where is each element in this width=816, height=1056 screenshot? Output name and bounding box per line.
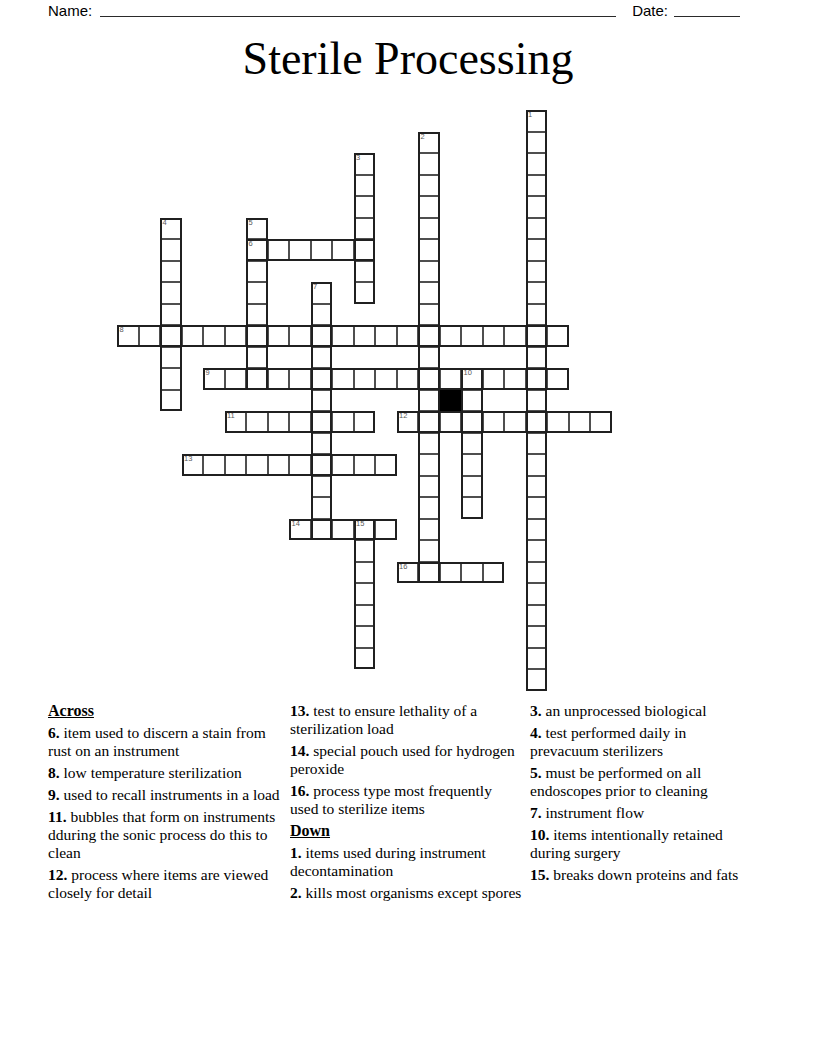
- grid-cell-r22c19[interactable]: [526, 583, 548, 605]
- grid-cell-r10c4[interactable]: [203, 325, 225, 347]
- grid-cell-r11c2[interactable]: [160, 347, 182, 369]
- grid-cell-r5c11[interactable]: [354, 218, 376, 240]
- grid-cell-r10c11[interactable]: [354, 325, 376, 347]
- grid-cell-r25c11[interactable]: [354, 648, 376, 670]
- grid-cell-r26c19[interactable]: [526, 669, 548, 691]
- grid-cell-r10c13[interactable]: [397, 325, 419, 347]
- clue-across-6: 6. item used to discern a stain from rus…: [48, 724, 284, 760]
- clue-number-4: 4: [163, 219, 167, 227]
- grid-cell-r5c6[interactable]: 5: [246, 218, 268, 240]
- worksheet-header: Name: Date:: [48, 2, 740, 19]
- grid-cell-r23c19[interactable]: [526, 605, 548, 627]
- grid-cell-r9c9[interactable]: [311, 304, 333, 326]
- name-label: Name:: [48, 2, 92, 19]
- grid-cell-r7c19[interactable]: [526, 261, 548, 283]
- grid-cell-r2c19[interactable]: [526, 153, 548, 175]
- grid-cell-r18c9[interactable]: [311, 497, 333, 519]
- grid-cell-r12c16[interactable]: 10: [461, 368, 483, 390]
- grid-cell-r12c10[interactable]: [332, 368, 354, 390]
- grid-cell-r14c9[interactable]: [311, 411, 333, 433]
- grid-cell-r12c9[interactable]: [311, 368, 333, 390]
- grid-cell-r5c19[interactable]: [526, 218, 548, 240]
- clue-number-12: 12: [399, 412, 407, 420]
- grid-cell-r14c22[interactable]: [590, 411, 612, 433]
- grid-cell-r10c8[interactable]: [289, 325, 311, 347]
- grid-cell-r10c14[interactable]: [418, 325, 440, 347]
- clue-number-8: 8: [120, 326, 124, 334]
- grid-cell-r16c10[interactable]: [332, 454, 354, 476]
- clue-column-2: 13. test to ensure lethality of a steril…: [290, 702, 524, 906]
- crossword-board: 12345678910111213141516: [117, 110, 612, 691]
- grid-cell-r12c15[interactable]: [440, 368, 462, 390]
- grid-cell-r6c14[interactable]: [418, 239, 440, 261]
- grid-cell-r12c4[interactable]: 9: [203, 368, 225, 390]
- grid-cell-r6c19[interactable]: [526, 239, 548, 261]
- grid-cell-r22c11[interactable]: [354, 583, 376, 605]
- grid-cell-r14c6[interactable]: [246, 411, 268, 433]
- grid-cell-r6c2[interactable]: [160, 239, 182, 261]
- grid-cell-r8c2[interactable]: [160, 282, 182, 304]
- grid-cell-r10c20[interactable]: [547, 325, 569, 347]
- clue-column-1: Across 6. item used to discern a stain f…: [48, 702, 284, 906]
- grid-cell-r19c19[interactable]: [526, 519, 548, 541]
- grid-cell-r13c9[interactable]: [311, 390, 333, 412]
- grid-cell-r12c17[interactable]: [483, 368, 505, 390]
- grid-cell-r20c19[interactable]: [526, 540, 548, 562]
- grid-cell-r4c19[interactable]: [526, 196, 548, 218]
- grid-cell-r12c5[interactable]: [225, 368, 247, 390]
- grid-cell-r6c6[interactable]: 6: [246, 239, 268, 261]
- grid-cell-r12c2[interactable]: [160, 368, 182, 390]
- grid-cell-r14c7[interactable]: [268, 411, 290, 433]
- grid-cell-r24c11[interactable]: [354, 626, 376, 648]
- clue-across-14: 14. special pouch used for hydrogen pero…: [290, 742, 524, 778]
- grid-cell-r16c6[interactable]: [246, 454, 268, 476]
- grid-cell-r24c19[interactable]: [526, 626, 548, 648]
- grid-cell-r14c13[interactable]: 12: [397, 411, 419, 433]
- grid-cell-r9c14[interactable]: [418, 304, 440, 326]
- grid-cell-r7c2[interactable]: [160, 261, 182, 283]
- grid-cell-r2c14[interactable]: [418, 153, 440, 175]
- clue-across-8: 8. low temperature sterilization: [48, 764, 284, 782]
- grid-cell-r15c16[interactable]: [461, 433, 483, 455]
- grid-cell-r10c3[interactable]: [182, 325, 204, 347]
- grid-cell-r15c9[interactable]: [311, 433, 333, 455]
- name-blank-line[interactable]: [100, 3, 616, 17]
- grid-cell-r16c11[interactable]: [354, 454, 376, 476]
- grid-cell-r21c15[interactable]: [440, 562, 462, 584]
- grid-cell-r10c1[interactable]: [139, 325, 161, 347]
- grid-cell-r8c6[interactable]: [246, 282, 268, 304]
- grid-cell-r6c9[interactable]: [311, 239, 333, 261]
- grid-cell-r14c15[interactable]: [440, 411, 462, 433]
- grid-cell-r10c10[interactable]: [332, 325, 354, 347]
- grid-cell-r10c12[interactable]: [375, 325, 397, 347]
- grid-cell-r17c16[interactable]: [461, 476, 483, 498]
- grid-cell-r16c16[interactable]: [461, 454, 483, 476]
- grid-cell-r10c18[interactable]: [504, 325, 526, 347]
- grid-cell-r16c5[interactable]: [225, 454, 247, 476]
- grid-cell-r16c3[interactable]: 13: [182, 454, 204, 476]
- grid-cell-r21c19[interactable]: [526, 562, 548, 584]
- grid-cell-r21c11[interactable]: [354, 562, 376, 584]
- grid-cell-r11c14[interactable]: [418, 347, 440, 369]
- grid-cell-r2c11[interactable]: 3: [354, 153, 376, 175]
- grid-cell-r10c15[interactable]: [440, 325, 462, 347]
- grid-cell-r25c19[interactable]: [526, 648, 548, 670]
- grid-cell-r12c8[interactable]: [289, 368, 311, 390]
- grid-cell-r16c14[interactable]: [418, 454, 440, 476]
- grid-cell-r8c11[interactable]: [354, 282, 376, 304]
- grid-cell-r13c19[interactable]: [526, 390, 548, 412]
- grid-cell-r12c12[interactable]: [375, 368, 397, 390]
- grid-cell-r17c19[interactable]: [526, 476, 548, 498]
- clue-number-11: 11: [227, 412, 235, 420]
- grid-cell-r1c19[interactable]: [526, 132, 548, 154]
- clue-number-10: 10: [464, 369, 472, 377]
- grid-cell-r20c14[interactable]: [418, 540, 440, 562]
- grid-cell-r10c6[interactable]: [246, 325, 268, 347]
- grid-cell-r12c20[interactable]: [547, 368, 569, 390]
- grid-cell-r11c19[interactable]: [526, 347, 548, 369]
- grid-cell-r14c14[interactable]: [418, 411, 440, 433]
- grid-cell-r18c14[interactable]: [418, 497, 440, 519]
- grid-cell-r14c11[interactable]: [354, 411, 376, 433]
- clue-down-5: 5. must be performed on all endoscopes p…: [530, 764, 758, 800]
- clue-down-1: 1. items used during instrument decontam…: [290, 844, 524, 880]
- grid-cell-r14c5[interactable]: 11: [225, 411, 247, 433]
- clue-number-15: 15: [356, 520, 364, 528]
- grid-cell-r10c5[interactable]: [225, 325, 247, 347]
- grid-cell-r16c19[interactable]: [526, 454, 548, 476]
- grid-cell-r10c0[interactable]: 8: [117, 325, 139, 347]
- grid-cell-r9c6[interactable]: [246, 304, 268, 326]
- grid-cell-r12c18[interactable]: [504, 368, 526, 390]
- clue-number-7: 7: [313, 283, 317, 291]
- down-header: Down: [290, 822, 524, 840]
- clue-down-15: 15. breaks down proteins and fats: [530, 866, 758, 884]
- grid-cell-r19c10[interactable]: [332, 519, 354, 541]
- grid-cell-r13c14[interactable]: [418, 390, 440, 412]
- grid-cell-r15c14[interactable]: [418, 433, 440, 455]
- grid-cell-r14c10[interactable]: [332, 411, 354, 433]
- grid-cell-r23c11[interactable]: [354, 605, 376, 627]
- grid-cell-r12c14[interactable]: [418, 368, 440, 390]
- grid-cell-r10c9[interactable]: [311, 325, 333, 347]
- grid-cell-r4c11[interactable]: [354, 196, 376, 218]
- grid-cell-r18c19[interactable]: [526, 497, 548, 519]
- clue-number-5: 5: [249, 219, 253, 227]
- grid-cell-r21c17[interactable]: [483, 562, 505, 584]
- grid-cell-r16c7[interactable]: [268, 454, 290, 476]
- grid-cell-r19c9[interactable]: [311, 519, 333, 541]
- clue-column-3: 3. an unprocessed biological 4. test per…: [530, 702, 758, 906]
- grid-cell-r14c8[interactable]: [289, 411, 311, 433]
- clue-down-3: 3. an unprocessed biological: [530, 702, 758, 720]
- grid-cell-r19c12[interactable]: [375, 519, 397, 541]
- grid-cell-r8c14[interactable]: [418, 282, 440, 304]
- grid-cell-r6c10[interactable]: [332, 239, 354, 261]
- grid-cell-r17c9[interactable]: [311, 476, 333, 498]
- grid-cell-r17c14[interactable]: [418, 476, 440, 498]
- grid-cell-r14c18[interactable]: [504, 411, 526, 433]
- grid-cell-r16c12[interactable]: [375, 454, 397, 476]
- grid-cell-r3c11[interactable]: [354, 175, 376, 197]
- clue-number-2: 2: [421, 133, 425, 141]
- black-cell-r13c15: [440, 390, 462, 412]
- grid-cell-r9c19[interactable]: [526, 304, 548, 326]
- grid-cell-r14c19[interactable]: [526, 411, 548, 433]
- grid-cell-r12c7[interactable]: [268, 368, 290, 390]
- clue-number-16: 16: [399, 563, 407, 571]
- grid-cell-r11c6[interactable]: [246, 347, 268, 369]
- grid-cell-r13c16[interactable]: [461, 390, 483, 412]
- grid-cell-r21c13[interactable]: 16: [397, 562, 419, 584]
- grid-cell-r7c11[interactable]: [354, 261, 376, 283]
- clue-number-9: 9: [206, 369, 210, 377]
- grid-cell-r9c2[interactable]: [160, 304, 182, 326]
- grid-cell-r14c20[interactable]: [547, 411, 569, 433]
- grid-cell-r14c17[interactable]: [483, 411, 505, 433]
- grid-cell-r11c9[interactable]: [311, 347, 333, 369]
- grid-cell-r10c2[interactable]: [160, 325, 182, 347]
- clue-number-6: 6: [249, 240, 253, 248]
- grid-cell-r18c16[interactable]: [461, 497, 483, 519]
- puzzle-title: Sterile Processing: [0, 33, 816, 86]
- grid-cell-r1c14[interactable]: 2: [418, 132, 440, 154]
- grid-cell-r13c2[interactable]: [160, 390, 182, 412]
- grid-cell-r4c14[interactable]: [418, 196, 440, 218]
- grid-cell-r10c17[interactable]: [483, 325, 505, 347]
- date-label: Date:: [632, 2, 668, 19]
- grid-cell-r7c6[interactable]: [246, 261, 268, 283]
- clue-down-2: 2. kills most organisms except spores: [290, 884, 524, 902]
- grid-cell-r19c8[interactable]: 14: [289, 519, 311, 541]
- clue-down-4: 4. test performed daily in prevacuum ste…: [530, 724, 758, 760]
- clue-number-14: 14: [292, 520, 300, 528]
- grid-cell-r6c7[interactable]: [268, 239, 290, 261]
- grid-cell-r3c14[interactable]: [418, 175, 440, 197]
- grid-cell-r8c19[interactable]: [526, 282, 548, 304]
- grid-cell-r6c11[interactable]: [354, 239, 376, 261]
- grid-cell-r14c21[interactable]: [569, 411, 591, 433]
- grid-cell-r5c14[interactable]: [418, 218, 440, 240]
- grid-cell-r12c13[interactable]: [397, 368, 419, 390]
- grid-cell-r19c11[interactable]: 15: [354, 519, 376, 541]
- grid-cell-r3c19[interactable]: [526, 175, 548, 197]
- grid-cell-r21c16[interactable]: [461, 562, 483, 584]
- clue-number-3: 3: [356, 154, 360, 162]
- grid-cell-r10c7[interactable]: [268, 325, 290, 347]
- grid-cell-r10c16[interactable]: [461, 325, 483, 347]
- grid-cell-r19c14[interactable]: [418, 519, 440, 541]
- clue-across-9: 9. used to recall instruments in a load: [48, 786, 284, 804]
- clue-across-16: 16. process type most frequently used to…: [290, 782, 524, 818]
- clue-across-13: 13. test to ensure lethality of a steril…: [290, 702, 524, 738]
- clue-down-7: 7. instrument flow: [530, 804, 758, 822]
- grid-cell-r8c9[interactable]: 7: [311, 282, 333, 304]
- grid-cell-r20c11[interactable]: [354, 540, 376, 562]
- grid-cell-r0c19[interactable]: 1: [526, 110, 548, 132]
- clue-section: Across 6. item used to discern a stain f…: [48, 702, 764, 906]
- grid-cell-r21c14[interactable]: [418, 562, 440, 584]
- clue-down-10: 10. items intentionally retained during …: [530, 826, 758, 862]
- grid-cell-r16c8[interactable]: [289, 454, 311, 476]
- grid-cell-r14c16[interactable]: [461, 411, 483, 433]
- clue-across-11: 11. bubbles that form on instruments ddu…: [48, 808, 284, 862]
- grid-cell-r16c9[interactable]: [311, 454, 333, 476]
- across-header: Across: [48, 702, 284, 720]
- clue-number-13: 13: [184, 455, 192, 463]
- grid-cell-r12c19[interactable]: [526, 368, 548, 390]
- grid-cell-r6c8[interactable]: [289, 239, 311, 261]
- grid-cell-r16c4[interactable]: [203, 454, 225, 476]
- worksheet-page: Name: Date: Sterile Processing 123456789…: [0, 0, 816, 1056]
- clue-across-12: 12. process where items are viewed close…: [48, 866, 284, 902]
- grid-cell-r12c11[interactable]: [354, 368, 376, 390]
- grid-cell-r15c19[interactable]: [526, 433, 548, 455]
- clue-number-1: 1: [528, 111, 532, 119]
- grid-cell-r5c2[interactable]: 4: [160, 218, 182, 240]
- grid-cell-r7c14[interactable]: [418, 261, 440, 283]
- grid-cell-r10c19[interactable]: [526, 325, 548, 347]
- grid-cell-r12c6[interactable]: [246, 368, 268, 390]
- date-blank-line[interactable]: [674, 3, 740, 17]
